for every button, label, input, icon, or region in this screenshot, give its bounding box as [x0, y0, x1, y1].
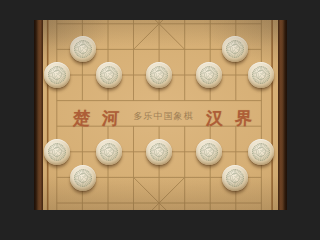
piece-face-down[interactable] [70, 165, 96, 191]
piece-face-down[interactable] [96, 62, 122, 88]
piece-face-down[interactable] [248, 139, 274, 165]
board-frame-left [34, 20, 43, 210]
piece-face-down[interactable] [70, 36, 96, 62]
piece-face-down[interactable] [222, 165, 248, 191]
pieces-layer [44, 20, 274, 210]
piece-face-down[interactable] [44, 139, 70, 165]
xiangqi-board: 楚河 多乐中国象棋 汉界 [34, 20, 287, 210]
board-frame-right [278, 20, 287, 210]
piece-face-down[interactable] [44, 62, 70, 88]
piece-face-down[interactable] [196, 62, 222, 88]
piece-face-down[interactable] [222, 36, 248, 62]
piece-face-down[interactable] [146, 62, 172, 88]
piece-face-down[interactable] [146, 139, 172, 165]
piece-face-down[interactable] [196, 139, 222, 165]
piece-face-down[interactable] [248, 62, 274, 88]
piece-face-down[interactable] [96, 139, 122, 165]
